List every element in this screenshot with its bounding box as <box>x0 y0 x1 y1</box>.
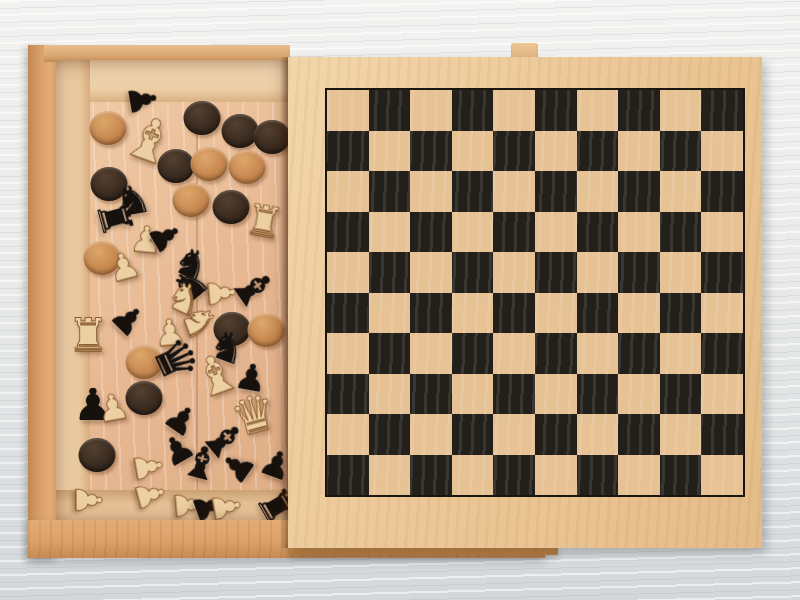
board-square-light <box>493 414 535 455</box>
board-square-light <box>618 374 660 415</box>
board-square-dark <box>410 212 452 253</box>
board-square-dark <box>327 293 369 334</box>
board-square-dark <box>701 333 743 374</box>
board-square-light <box>327 171 369 212</box>
board-square-dark <box>660 455 702 496</box>
checkers-disc-dark <box>126 381 163 415</box>
board-square-dark <box>618 90 660 131</box>
board-square-light <box>660 90 702 131</box>
board-square-dark <box>660 374 702 415</box>
storage-tray: ♟♝♞♜♟♟♜♟♞♞♞♝♟♜♟♟♞♞♛♝♟♟♟♟♝♛♟♟♝♟♟♟♟♟♟♟♜ <box>56 60 290 520</box>
photo-scene: ♟♝♞♜♟♟♜♟♞♞♞♝♟♜♟♟♞♞♛♝♟♟♟♟♝♛♟♟♝♟♟♟♟♟♟♟♜ <box>0 0 800 600</box>
board-square-light <box>701 455 743 496</box>
board-square-light <box>327 414 369 455</box>
board-square-dark <box>410 455 452 496</box>
board-square-light <box>493 171 535 212</box>
chess-piece-light-rook: ♜ <box>67 312 108 358</box>
chess-piece-black-pawn: ♟ <box>104 296 152 344</box>
board-square-light <box>577 414 619 455</box>
board-square-light <box>452 131 494 172</box>
checkers-disc-light <box>173 183 210 217</box>
board-square-dark <box>410 374 452 415</box>
board-square-dark <box>493 131 535 172</box>
checkers-disc-dark <box>158 149 195 183</box>
board-square-dark <box>493 212 535 253</box>
board-square-dark <box>327 455 369 496</box>
board-square-dark <box>577 212 619 253</box>
board-square-light <box>410 414 452 455</box>
board-square-dark <box>660 131 702 172</box>
board-square-light <box>452 212 494 253</box>
board-square-dark <box>618 171 660 212</box>
board-square-dark <box>660 212 702 253</box>
board-square-light <box>660 333 702 374</box>
board-square-dark <box>452 414 494 455</box>
board-square-light <box>410 333 452 374</box>
board-square-light <box>410 252 452 293</box>
board-square-light <box>535 455 577 496</box>
board-square-light <box>535 374 577 415</box>
board-square-dark <box>493 293 535 334</box>
board-square-light <box>618 131 660 172</box>
board-square-light <box>369 293 411 334</box>
board-square-light <box>327 333 369 374</box>
checkers-disc-dark <box>222 114 259 148</box>
checkers-disc-light <box>191 147 228 181</box>
sliding-lid <box>288 57 762 548</box>
board-square-light <box>660 171 702 212</box>
checkers-disc-dark <box>184 101 221 135</box>
board-square-light <box>577 171 619 212</box>
board-square-dark <box>493 374 535 415</box>
tray-pieces: ♟♝♞♜♟♟♜♟♞♞♞♝♟♜♟♟♞♞♛♝♟♟♟♟♝♛♟♟♝♟♟♟♟♟♟♟♜ <box>56 60 290 520</box>
board-square-dark <box>452 171 494 212</box>
board-square-light <box>452 293 494 334</box>
board-square-dark <box>535 252 577 293</box>
box-left-wall <box>28 45 58 558</box>
board-square-light <box>660 414 702 455</box>
board-square-dark <box>493 455 535 496</box>
board-square-dark <box>327 374 369 415</box>
board-square-light <box>369 374 411 415</box>
board-square-light <box>452 374 494 415</box>
board-square-dark <box>701 414 743 455</box>
board-square-light <box>577 333 619 374</box>
board-square-light <box>701 131 743 172</box>
checkers-disc-light <box>90 111 127 145</box>
board-square-dark <box>701 90 743 131</box>
board-square-dark <box>327 131 369 172</box>
board-square-light <box>493 90 535 131</box>
board-square-light <box>660 252 702 293</box>
board-square-dark <box>410 131 452 172</box>
board-square-dark <box>410 293 452 334</box>
board-square-light <box>493 252 535 293</box>
board-square-light <box>369 131 411 172</box>
board-square-light <box>535 131 577 172</box>
board-square-dark <box>452 333 494 374</box>
board-square-dark <box>618 333 660 374</box>
board-square-dark <box>535 90 577 131</box>
board-square-dark <box>660 293 702 334</box>
board-square-dark <box>618 252 660 293</box>
board-square-light <box>618 212 660 253</box>
board-square-dark <box>701 252 743 293</box>
board-square-dark <box>577 374 619 415</box>
board-square-dark <box>327 212 369 253</box>
checkers-disc-light <box>248 313 285 347</box>
board-square-light <box>535 212 577 253</box>
board-square-light <box>327 252 369 293</box>
lid-edge-shadow <box>280 57 288 548</box>
board-square-dark <box>535 333 577 374</box>
board-square-light <box>701 374 743 415</box>
board-square-light <box>452 455 494 496</box>
board-square-dark <box>535 414 577 455</box>
checkers-disc-dark <box>79 438 116 472</box>
board-square-light <box>618 455 660 496</box>
board-square-dark <box>535 171 577 212</box>
board-square-light <box>327 90 369 131</box>
board-square-dark <box>369 171 411 212</box>
board-square-light <box>701 212 743 253</box>
board-square-dark <box>577 131 619 172</box>
board-square-light <box>493 333 535 374</box>
board-square-light <box>410 171 452 212</box>
board-square-dark <box>577 455 619 496</box>
board-square-light <box>369 212 411 253</box>
chess-piece-light-pawn: ♟ <box>205 488 246 520</box>
board-square-light <box>410 90 452 131</box>
checkers-disc-light <box>229 150 266 184</box>
board-square-light <box>701 293 743 334</box>
board-square-dark <box>369 90 411 131</box>
board-square-light <box>535 293 577 334</box>
board-square-dark <box>369 252 411 293</box>
board-square-light <box>577 252 619 293</box>
board-square-dark <box>618 414 660 455</box>
board-square-light <box>369 455 411 496</box>
board-square-dark <box>452 252 494 293</box>
board-square-light <box>577 90 619 131</box>
checkers-disc-dark <box>213 190 250 224</box>
chess-piece-light-pawn: ♟ <box>70 484 106 516</box>
board-square-light <box>618 293 660 334</box>
board-square-dark <box>701 171 743 212</box>
board-square-dark <box>452 90 494 131</box>
board-square-dark <box>369 333 411 374</box>
board-square-dark <box>369 414 411 455</box>
checkerboard <box>325 88 745 497</box>
board-square-dark <box>577 293 619 334</box>
